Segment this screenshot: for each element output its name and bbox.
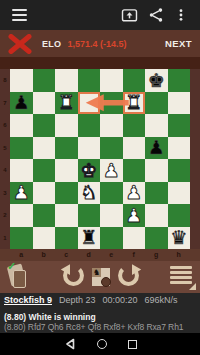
square-g1[interactable] <box>145 227 168 250</box>
present-to-screen-icon[interactable] <box>121 7 138 24</box>
overflow-icon[interactable] <box>174 7 188 23</box>
solved-cards-check-icon[interactable]: ✓ <box>6 263 32 291</box>
white-pawn: ♟ <box>13 183 30 202</box>
square-g4[interactable] <box>145 159 168 182</box>
rank-label-6: 6 <box>0 114 10 137</box>
square-f7[interactable]: ♜ <box>123 92 146 115</box>
board-frame-top <box>0 57 200 69</box>
square-c3[interactable] <box>55 182 78 205</box>
square-b7[interactable] <box>33 92 56 115</box>
engine-evaluation: (8.80) White is winning <box>4 312 196 322</box>
engine-panel: Stockfish 9 Depth 23 00:00:20 696kN/s (8… <box>0 293 200 333</box>
white-pawn: ♟ <box>103 161 120 180</box>
android-nav-bar <box>0 333 200 355</box>
square-a8[interactable] <box>10 69 33 92</box>
back-icon[interactable] <box>64 338 76 350</box>
engine-name[interactable]: Stockfish 9 <box>4 295 52 305</box>
square-f2[interactable]: ♟ <box>123 204 146 227</box>
board-setup-icon[interactable]: ♞ <box>92 268 110 286</box>
home-icon[interactable] <box>97 339 107 349</box>
engine-best-line: (8.80) Rfd7 Qh6 Rc8+ Qf8 Rxf8+ Kxf8 Rxa7… <box>4 322 196 332</box>
top-toolbar <box>0 0 200 30</box>
square-f8[interactable] <box>123 69 146 92</box>
square-b2[interactable] <box>33 204 56 227</box>
rank-label-5: 5 <box>0 137 10 160</box>
puzzle-status-bar: ELO 1,571.4 (-14.5) NEXT <box>0 30 200 57</box>
black-king: ♚ <box>148 71 165 90</box>
square-c8[interactable] <box>55 69 78 92</box>
rank-label-4: 4 <box>0 159 10 182</box>
square-b6[interactable] <box>33 114 56 137</box>
square-a3[interactable]: ♟ <box>10 182 33 205</box>
square-f3[interactable]: ♟ <box>123 182 146 205</box>
white-pawn: ♟ <box>125 183 142 202</box>
board-frame-right <box>190 69 200 249</box>
square-h4[interactable] <box>168 159 191 182</box>
wrong-answer-x-icon <box>8 34 32 54</box>
square-c6[interactable] <box>55 114 78 137</box>
square-h2[interactable] <box>168 204 191 227</box>
file-label-g: g <box>145 249 168 261</box>
square-g8[interactable]: ♚ <box>145 69 168 92</box>
square-c1[interactable] <box>55 227 78 250</box>
square-d2[interactable] <box>78 204 101 227</box>
white-rook: ♜ <box>125 93 142 112</box>
square-a2[interactable] <box>10 204 33 227</box>
square-d5[interactable] <box>78 137 101 160</box>
square-g7[interactable] <box>145 92 168 115</box>
square-g6[interactable] <box>145 114 168 137</box>
square-a5[interactable] <box>10 137 33 160</box>
square-f6[interactable] <box>123 114 146 137</box>
square-h1[interactable]: ♛ <box>168 227 191 250</box>
square-f1[interactable] <box>123 227 146 250</box>
knight-icon: ♞ <box>92 268 101 277</box>
black-pawn: ♟ <box>13 93 30 112</box>
square-g5[interactable]: ♟ <box>145 137 168 160</box>
undo-icon[interactable] <box>60 262 87 293</box>
square-f4[interactable] <box>123 159 146 182</box>
square-d1[interactable]: ♜ <box>78 227 101 250</box>
next-button[interactable]: NEXT <box>165 38 192 49</box>
menu-icon[interactable] <box>12 9 27 21</box>
square-d6[interactable] <box>78 114 101 137</box>
square-e4[interactable]: ♟ <box>100 159 123 182</box>
square-h3[interactable] <box>168 182 191 205</box>
file-label-h: h <box>168 249 191 261</box>
white-king: ♚ <box>80 161 97 180</box>
rank-label-8: 8 <box>0 69 10 92</box>
elo-label: ELO <box>42 39 61 49</box>
square-e5[interactable] <box>100 137 123 160</box>
board-area: 87654321 ♚♟♜♜♟♚♟♟♞♟♟♜♛ <box>0 69 200 249</box>
square-h7[interactable] <box>168 92 191 115</box>
square-d8[interactable] <box>78 69 101 92</box>
rank-label-2: 2 <box>0 204 10 227</box>
square-c2[interactable] <box>55 204 78 227</box>
square-e1[interactable] <box>100 227 123 250</box>
square-b8[interactable] <box>33 69 56 92</box>
square-d4[interactable]: ♚ <box>78 159 101 182</box>
recents-icon[interactable] <box>128 340 137 349</box>
rank-labels: 87654321 <box>0 69 10 249</box>
engine-time: 00:00:20 <box>103 295 138 305</box>
app-screen: ELO 1,571.4 (-14.5) NEXT 87654321 ♚♟♜♜♟♚… <box>0 0 200 355</box>
file-label-c: c <box>55 249 78 261</box>
share-icon[interactable] <box>148 7 164 23</box>
square-e7[interactable] <box>100 92 123 115</box>
square-b4[interactable] <box>33 159 56 182</box>
square-b3[interactable] <box>33 182 56 205</box>
square-c7[interactable]: ♜ <box>55 92 78 115</box>
square-h6[interactable] <box>168 114 191 137</box>
square-b1[interactable] <box>33 227 56 250</box>
square-d7[interactable] <box>78 92 101 115</box>
chess-board: ♚♟♜♜♟♚♟♟♞♟♟♜♛ <box>10 69 190 249</box>
engine-depth: Depth 23 <box>59 295 96 305</box>
rank-label-3: 3 <box>0 182 10 205</box>
square-g2[interactable] <box>145 204 168 227</box>
file-label-b: b <box>33 249 56 261</box>
square-a4[interactable] <box>10 159 33 182</box>
square-b5[interactable] <box>33 137 56 160</box>
rank-label-1: 1 <box>0 227 10 250</box>
black-pawn: ♟ <box>148 138 165 157</box>
rank-label-7: 7 <box>0 92 10 115</box>
white-knight: ♞ <box>80 183 97 202</box>
white-pawn: ♟ <box>125 206 142 225</box>
square-h5[interactable] <box>168 137 191 160</box>
black-rook: ♜ <box>80 228 97 247</box>
square-a6[interactable] <box>10 114 33 137</box>
redo-icon[interactable] <box>115 262 142 293</box>
square-e6[interactable] <box>100 114 123 137</box>
white-rook: ♜ <box>58 93 75 112</box>
square-g3[interactable] <box>145 182 168 205</box>
square-a1[interactable] <box>10 227 33 250</box>
square-f5[interactable] <box>123 137 146 160</box>
file-labels-row: abcdefgh <box>0 249 200 261</box>
square-a7[interactable]: ♟ <box>10 92 33 115</box>
square-e3[interactable] <box>100 182 123 205</box>
square-h8[interactable] <box>168 69 191 92</box>
square-c4[interactable] <box>55 159 78 182</box>
elo-value: 1,571.4 (-14.5) <box>67 39 126 49</box>
file-label-f: f <box>123 249 146 261</box>
square-e8[interactable] <box>100 69 123 92</box>
move-list-icon[interactable] <box>170 266 194 288</box>
square-d3[interactable]: ♞ <box>78 182 101 205</box>
piece-dot <box>101 277 111 287</box>
file-label-d: d <box>78 249 101 261</box>
file-label-e: e <box>100 249 123 261</box>
engine-speed: 696kN/s <box>145 295 178 305</box>
bottom-toolbar: ✓ ♞ <box>0 261 200 293</box>
file-labels: abcdefgh <box>10 249 190 261</box>
black-queen: ♛ <box>170 228 187 247</box>
square-c5[interactable] <box>55 137 78 160</box>
square-e2[interactable] <box>100 204 123 227</box>
